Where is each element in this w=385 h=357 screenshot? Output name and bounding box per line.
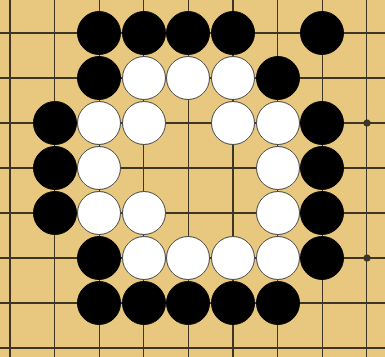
white-stone [77,191,121,235]
black-stone [300,101,344,145]
white-stone [211,101,255,145]
black-stone [300,146,344,190]
white-stone [256,236,300,280]
black-stone [33,191,77,235]
black-stone [166,11,210,55]
black-stone [77,281,121,325]
black-stone [300,11,344,55]
black-stone [300,236,344,280]
black-stone [256,56,300,100]
white-stone [211,236,255,280]
go-board[interactable] [0,0,385,357]
black-stone [33,101,77,145]
white-stone [166,236,210,280]
white-stone [122,191,166,235]
white-stone [122,56,166,100]
black-stone [211,11,255,55]
white-stone [77,146,121,190]
black-stone [77,11,121,55]
black-stone [211,281,255,325]
white-stone [122,236,166,280]
black-stone [122,11,166,55]
white-stone [256,191,300,235]
black-stone [256,281,300,325]
star-point [363,120,370,127]
black-stone [33,146,77,190]
black-stone [300,191,344,235]
white-stone [256,101,300,145]
black-stone [166,281,210,325]
star-point [363,255,370,262]
white-stone [166,56,210,100]
white-stone [77,101,121,145]
black-stone [122,281,166,325]
white-stone [256,146,300,190]
black-stone [77,236,121,280]
grid-line-horizontal [0,347,385,348]
white-stone [122,101,166,145]
black-stone [77,56,121,100]
white-stone [211,56,255,100]
